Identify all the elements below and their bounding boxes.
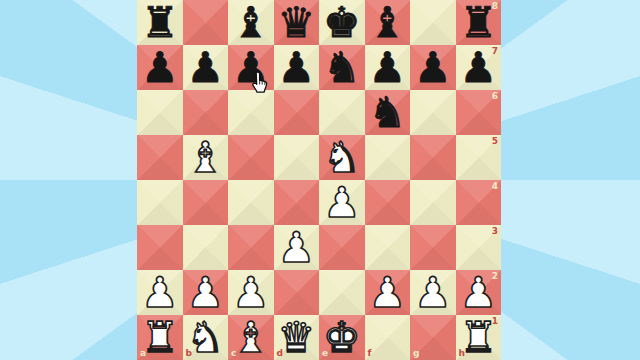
square-a5[interactable] xyxy=(137,135,183,180)
square-e8[interactable]: ♚ xyxy=(319,0,365,45)
rank-label-5: 5 xyxy=(492,137,498,146)
square-f8[interactable]: ♝ xyxy=(365,0,411,45)
piece-black-pawn[interactable]: ♟ xyxy=(365,45,411,90)
square-b6[interactable] xyxy=(183,90,229,135)
square-d5[interactable] xyxy=(274,135,320,180)
square-h5[interactable]: 5 xyxy=(456,135,502,180)
square-f7[interactable]: ♟ xyxy=(365,45,411,90)
square-g6[interactable] xyxy=(410,90,456,135)
piece-black-pawn[interactable]: ♟ xyxy=(456,45,502,90)
square-b5[interactable]: ♝ xyxy=(183,135,229,180)
square-b4[interactable] xyxy=(183,180,229,225)
piece-black-knight[interactable]: ♞ xyxy=(319,45,365,90)
chess-app-screenshot: { "game": "chess", "position": { "fen": … xyxy=(0,0,640,360)
square-f5[interactable] xyxy=(365,135,411,180)
piece-white-pawn[interactable]: ♟ xyxy=(319,180,365,225)
square-e6[interactable] xyxy=(319,90,365,135)
square-h2[interactable]: ♟2 xyxy=(456,270,502,315)
piece-white-pawn[interactable]: ♟ xyxy=(228,270,274,315)
square-g8[interactable] xyxy=(410,0,456,45)
piece-white-knight[interactable]: ♞ xyxy=(319,135,365,180)
square-a1[interactable]: ♜a xyxy=(137,315,183,360)
square-d6[interactable] xyxy=(274,90,320,135)
piece-white-bishop[interactable]: ♝ xyxy=(183,135,229,180)
square-f3[interactable] xyxy=(365,225,411,270)
square-h8[interactable]: ♜8 xyxy=(456,0,502,45)
piece-black-pawn[interactable]: ♟ xyxy=(410,45,456,90)
square-c8[interactable]: ♝ xyxy=(228,0,274,45)
piece-white-bishop[interactable]: ♝ xyxy=(228,315,274,360)
piece-black-bishop[interactable]: ♝ xyxy=(228,0,274,45)
chess-board[interactable]: ♜♝♛♚♝♜8♟♟♟♟♞♟♟♟7♞6♝♞5♟4♟3♟♟♟♟♟♟2♜a♞b♝c♛d… xyxy=(137,0,501,360)
square-c4[interactable] xyxy=(228,180,274,225)
square-a6[interactable] xyxy=(137,90,183,135)
square-e2[interactable] xyxy=(319,270,365,315)
square-g3[interactable] xyxy=(410,225,456,270)
square-h3[interactable]: 3 xyxy=(456,225,502,270)
square-d3[interactable]: ♟ xyxy=(274,225,320,270)
square-b3[interactable] xyxy=(183,225,229,270)
square-a2[interactable]: ♟ xyxy=(137,270,183,315)
square-c2[interactable]: ♟ xyxy=(228,270,274,315)
square-c1[interactable]: ♝c xyxy=(228,315,274,360)
piece-black-pawn[interactable]: ♟ xyxy=(137,45,183,90)
file-label-f: f xyxy=(368,349,372,358)
square-e7[interactable]: ♞ xyxy=(319,45,365,90)
square-a7[interactable]: ♟ xyxy=(137,45,183,90)
rank-label-6: 6 xyxy=(492,92,498,101)
piece-white-pawn[interactable]: ♟ xyxy=(365,270,411,315)
square-h6[interactable]: 6 xyxy=(456,90,502,135)
square-h1[interactable]: ♜1h xyxy=(456,315,502,360)
piece-white-pawn[interactable]: ♟ xyxy=(456,270,502,315)
square-f6[interactable]: ♞ xyxy=(365,90,411,135)
square-a3[interactable] xyxy=(137,225,183,270)
square-e5[interactable]: ♞ xyxy=(319,135,365,180)
square-e3[interactable] xyxy=(319,225,365,270)
piece-white-knight[interactable]: ♞ xyxy=(183,315,229,360)
square-f4[interactable] xyxy=(365,180,411,225)
square-c6[interactable] xyxy=(228,90,274,135)
square-g7[interactable]: ♟ xyxy=(410,45,456,90)
square-c3[interactable] xyxy=(228,225,274,270)
rank-label-3: 3 xyxy=(492,227,498,236)
piece-black-rook[interactable]: ♜ xyxy=(137,0,183,45)
square-a8[interactable]: ♜ xyxy=(137,0,183,45)
square-e4[interactable]: ♟ xyxy=(319,180,365,225)
piece-white-pawn[interactable]: ♟ xyxy=(274,225,320,270)
square-d4[interactable] xyxy=(274,180,320,225)
hand-pointer-cursor xyxy=(250,71,269,94)
square-b2[interactable]: ♟ xyxy=(183,270,229,315)
square-b8[interactable] xyxy=(183,0,229,45)
square-f2[interactable]: ♟ xyxy=(365,270,411,315)
square-e1[interactable]: ♚e xyxy=(319,315,365,360)
square-h4[interactable]: 4 xyxy=(456,180,502,225)
square-g4[interactable] xyxy=(410,180,456,225)
square-b1[interactable]: ♞b xyxy=(183,315,229,360)
square-f1[interactable]: f xyxy=(365,315,411,360)
piece-black-queen[interactable]: ♛ xyxy=(274,0,320,45)
piece-black-king[interactable]: ♚ xyxy=(319,0,365,45)
file-label-g: g xyxy=(413,349,419,358)
square-d1[interactable]: ♛d xyxy=(274,315,320,360)
piece-white-pawn[interactable]: ♟ xyxy=(137,270,183,315)
piece-white-rook[interactable]: ♜ xyxy=(137,315,183,360)
square-g1[interactable]: g xyxy=(410,315,456,360)
piece-black-pawn[interactable]: ♟ xyxy=(183,45,229,90)
square-d2[interactable] xyxy=(274,270,320,315)
piece-white-pawn[interactable]: ♟ xyxy=(410,270,456,315)
piece-black-bishop[interactable]: ♝ xyxy=(365,0,411,45)
square-b7[interactable]: ♟ xyxy=(183,45,229,90)
piece-black-knight[interactable]: ♞ xyxy=(365,90,411,135)
piece-white-pawn[interactable]: ♟ xyxy=(183,270,229,315)
piece-white-queen[interactable]: ♛ xyxy=(274,315,320,360)
square-c5[interactable] xyxy=(228,135,274,180)
square-a4[interactable] xyxy=(137,180,183,225)
square-h7[interactable]: ♟7 xyxy=(456,45,502,90)
square-d8[interactable]: ♛ xyxy=(274,0,320,45)
square-d7[interactable]: ♟ xyxy=(274,45,320,90)
piece-white-king[interactable]: ♚ xyxy=(319,315,365,360)
square-g2[interactable]: ♟ xyxy=(410,270,456,315)
rank-label-4: 4 xyxy=(492,182,498,191)
piece-white-rook[interactable]: ♜ xyxy=(456,315,502,360)
square-g5[interactable] xyxy=(410,135,456,180)
piece-black-rook[interactable]: ♜ xyxy=(456,0,502,45)
piece-black-pawn[interactable]: ♟ xyxy=(274,45,320,90)
